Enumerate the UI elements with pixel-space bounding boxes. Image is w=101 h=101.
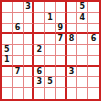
cell-r7c2-given-7: 7: [13, 67, 24, 78]
cell-r8c6-empty[interactable]: [56, 77, 67, 88]
cell-r2c1-empty[interactable]: [2, 13, 13, 24]
cell-r2c3-empty[interactable]: [24, 13, 35, 24]
cell-r1c6-empty[interactable]: [56, 2, 67, 13]
cell-r8c2-empty[interactable]: [13, 77, 24, 88]
cell-r5c1-given-5: 5: [2, 45, 13, 56]
cell-r6c5-empty[interactable]: [45, 56, 56, 67]
cell-r5c9-empty[interactable]: [88, 45, 99, 56]
cell-r9c9-empty[interactable]: [88, 88, 99, 99]
cell-r3c1-empty[interactable]: [2, 24, 13, 35]
cell-r8c5-given-5: 5: [45, 77, 56, 88]
cell-r1c1-empty[interactable]: [2, 2, 13, 13]
cell-r6c8-empty[interactable]: [77, 56, 88, 67]
cell-r5c3-empty[interactable]: [24, 45, 35, 56]
cell-r5c2-empty[interactable]: [13, 45, 24, 56]
cell-r7c7-given-3: 3: [67, 67, 78, 78]
cell-r6c3-empty[interactable]: [24, 56, 35, 67]
cell-r3c9-empty[interactable]: [88, 24, 99, 35]
cell-r9c4-empty[interactable]: [34, 88, 45, 99]
cell-r8c4-given-3: 3: [34, 77, 45, 88]
cell-r3c4-empty[interactable]: [34, 24, 45, 35]
cell-r1c9-empty[interactable]: [88, 2, 99, 13]
cell-r7c1-empty[interactable]: [2, 67, 13, 78]
cell-r8c3-empty[interactable]: [24, 77, 35, 88]
cell-r8c9-empty[interactable]: [88, 77, 99, 88]
cell-r7c4-given-6: 6: [34, 67, 45, 78]
cell-r9c3-empty[interactable]: [24, 88, 35, 99]
cell-r2c5-given-1: 1: [45, 13, 56, 24]
cell-r4c4-empty[interactable]: [34, 34, 45, 45]
cell-r8c1-empty[interactable]: [2, 77, 13, 88]
cell-r2c4-empty[interactable]: [34, 13, 45, 24]
cell-r4c1-empty[interactable]: [2, 34, 13, 45]
cell-r1c4-empty[interactable]: [34, 2, 45, 13]
cell-r7c8-empty[interactable]: [77, 67, 88, 78]
cell-r2c6-empty[interactable]: [56, 13, 67, 24]
cell-r4c6-given-7: 7: [56, 34, 67, 45]
cell-r7c3-empty[interactable]: [24, 67, 35, 78]
cell-r4c9-given-6: 6: [88, 34, 99, 45]
cell-r5c8-empty[interactable]: [77, 45, 88, 56]
cell-r3c8-empty[interactable]: [77, 24, 88, 35]
cell-r6c2-empty[interactable]: [13, 56, 24, 67]
cell-r1c8-given-5: 5: [77, 2, 88, 13]
cell-r5c4-given-2: 2: [34, 45, 45, 56]
cell-r3c3-empty[interactable]: [24, 24, 35, 35]
cell-r9c1-empty[interactable]: [2, 88, 13, 99]
cell-r2c8-given-4: 4: [77, 13, 88, 24]
cell-r8c8-empty[interactable]: [77, 77, 88, 88]
cell-r9c8-empty[interactable]: [77, 88, 88, 99]
cell-r5c5-empty[interactable]: [45, 45, 56, 56]
cell-r9c5-empty[interactable]: [45, 88, 56, 99]
cell-r2c9-empty[interactable]: [88, 13, 99, 24]
cell-r1c5-empty[interactable]: [45, 2, 56, 13]
cell-r4c2-empty[interactable]: [13, 34, 24, 45]
cell-r4c5-empty[interactable]: [45, 34, 56, 45]
cell-r1c2-empty[interactable]: [13, 2, 24, 13]
cell-r9c6-empty[interactable]: [56, 88, 67, 99]
cell-r9c7-empty[interactable]: [67, 88, 78, 99]
cell-r7c9-empty[interactable]: [88, 67, 99, 78]
cell-r4c3-empty[interactable]: [24, 34, 35, 45]
cell-r3c5-empty[interactable]: [45, 24, 56, 35]
cell-r1c3-given-3: 3: [24, 2, 35, 13]
cell-r2c7-empty[interactable]: [67, 13, 78, 24]
sudoku-board: 35146978652176335: [0, 0, 101, 101]
cell-r7c6-empty[interactable]: [56, 67, 67, 78]
cell-r4c7-given-8: 8: [67, 34, 78, 45]
cell-r3c6-given-9: 9: [56, 24, 67, 35]
cell-r6c4-empty[interactable]: [34, 56, 45, 67]
cell-r5c6-empty[interactable]: [56, 45, 67, 56]
cell-r4c8-empty[interactable]: [77, 34, 88, 45]
cell-r3c2-given-6: 6: [13, 24, 24, 35]
cell-r6c7-empty[interactable]: [67, 56, 78, 67]
cell-r5c7-empty[interactable]: [67, 45, 78, 56]
cell-r8c7-empty[interactable]: [67, 77, 78, 88]
cell-r7c5-empty[interactable]: [45, 67, 56, 78]
cell-r3c7-empty[interactable]: [67, 24, 78, 35]
cell-r2c2-empty[interactable]: [13, 13, 24, 24]
cell-r9c2-empty[interactable]: [13, 88, 24, 99]
cell-r1c7-empty[interactable]: [67, 2, 78, 13]
cell-r6c1-given-1: 1: [2, 56, 13, 67]
cell-r6c9-empty[interactable]: [88, 56, 99, 67]
cell-r6c6-empty[interactable]: [56, 56, 67, 67]
